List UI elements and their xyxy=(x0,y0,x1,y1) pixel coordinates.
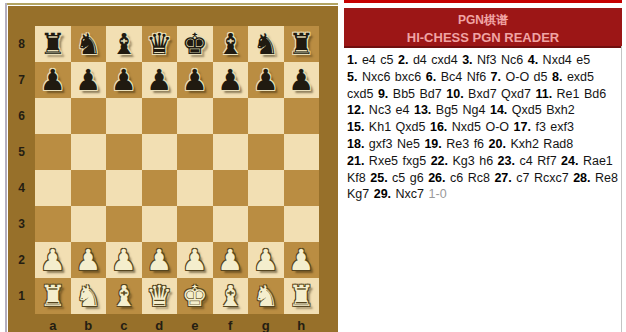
square-b5[interactable] xyxy=(71,134,107,170)
square-b2[interactable]: ♟ xyxy=(71,242,107,278)
move[interactable]: 16. Nxd5 O-O xyxy=(430,120,514,134)
black-pawn-piece: ♟ xyxy=(284,62,320,98)
square-a3[interactable] xyxy=(35,206,71,242)
move[interactable]: 15. Kh1 Qxd5 xyxy=(347,120,430,134)
square-d8[interactable]: ♛ xyxy=(142,26,178,62)
square-f2[interactable]: ♟ xyxy=(213,242,249,278)
square-b8[interactable]: ♞ xyxy=(71,26,107,62)
white-pawn-piece: ♟ xyxy=(71,242,107,278)
move-number: 11. xyxy=(535,87,552,101)
square-e8[interactable]: ♚ xyxy=(177,26,213,62)
square-e2[interactable]: ♟ xyxy=(177,242,213,278)
pgn-header-title-en: HI-CHESS PGN READER xyxy=(344,30,622,45)
square-g7[interactable]: ♟ xyxy=(248,62,284,98)
square-c8[interactable]: ♝ xyxy=(106,26,142,62)
black-pawn-piece: ♟ xyxy=(248,62,284,98)
white-king-piece: ♚ xyxy=(177,278,213,314)
file-label-b: b xyxy=(71,314,107,332)
white-queen-piece: ♛ xyxy=(142,278,178,314)
square-b6[interactable] xyxy=(71,98,107,134)
move[interactable]: 12. Nc3 e4 xyxy=(347,103,414,117)
black-queen-piece: ♛ xyxy=(142,26,178,62)
pgn-reader-app: 87654321 ♜♞♝♛♚♝♞♜♟♟♟♟♟♟♟♟♟♟♟♟♟♟♟♟♜♞♝♛♚♝♞… xyxy=(0,0,626,332)
move-number: 12. xyxy=(347,103,364,117)
black-pawn-piece: ♟ xyxy=(35,62,71,98)
rank-label-7: 7 xyxy=(8,62,35,98)
move-number: 1. xyxy=(347,53,357,67)
square-g5[interactable] xyxy=(248,134,284,170)
square-e5[interactable] xyxy=(177,134,213,170)
black-knight-piece: ♞ xyxy=(248,26,284,62)
white-rook-piece: ♜ xyxy=(284,278,320,314)
file-label-a: a xyxy=(35,314,71,332)
move[interactable]: 2. d4 cxd4 xyxy=(398,53,462,67)
square-h3[interactable] xyxy=(284,206,320,242)
square-d3[interactable] xyxy=(142,206,178,242)
square-d4[interactable] xyxy=(142,170,178,206)
move-number: 13. xyxy=(414,103,431,117)
pgn-moves: 1. e4 c5 2. d4 cxd4 3. Nf3 Nc6 4. Nxd4 e… xyxy=(347,52,621,203)
board-frame-left-line xyxy=(5,3,7,332)
file-label-d: d xyxy=(142,314,178,332)
square-e7[interactable]: ♟ xyxy=(177,62,213,98)
white-pawn-piece: ♟ xyxy=(35,242,71,278)
square-a5[interactable] xyxy=(35,134,71,170)
square-g1[interactable]: ♞ xyxy=(248,278,284,314)
white-bishop-piece: ♝ xyxy=(106,278,142,314)
white-pawn-piece: ♟ xyxy=(284,242,320,278)
right-panel-top-strip xyxy=(344,0,622,3)
move-number: 29. xyxy=(374,187,391,201)
board-squares: ♜♞♝♛♚♝♞♜♟♟♟♟♟♟♟♟♟♟♟♟♟♟♟♟♜♞♝♛♚♝♞♜ xyxy=(35,26,319,314)
square-e1[interactable]: ♚ xyxy=(177,278,213,314)
white-pawn-piece: ♟ xyxy=(248,242,284,278)
square-h8[interactable]: ♜ xyxy=(284,26,320,62)
square-f5[interactable] xyxy=(213,134,249,170)
square-e3[interactable] xyxy=(177,206,213,242)
game-result: 1-0 xyxy=(429,187,447,201)
move[interactable]: 21. Rxe5 fxg5 xyxy=(347,154,431,168)
move-number: 7. xyxy=(491,70,501,84)
move-number: 18. xyxy=(347,137,364,151)
square-b1[interactable]: ♞ xyxy=(71,278,107,314)
move[interactable]: 14. Qxd5 Bxh2 xyxy=(490,103,575,117)
black-pawn-piece: ♟ xyxy=(213,62,249,98)
square-c1[interactable]: ♝ xyxy=(106,278,142,314)
move[interactable]: 10. Bxd7 Qxd7 xyxy=(446,87,535,101)
square-d7[interactable]: ♟ xyxy=(142,62,178,98)
file-label-e: e xyxy=(177,314,213,332)
square-d6[interactable] xyxy=(142,98,178,134)
square-e6[interactable] xyxy=(177,98,213,134)
square-a1[interactable]: ♜ xyxy=(35,278,71,314)
square-g2[interactable]: ♟ xyxy=(248,242,284,278)
square-f8[interactable]: ♝ xyxy=(213,26,249,62)
move-number: 6. xyxy=(426,70,436,84)
move[interactable]: 23. c4 Rf7 xyxy=(498,154,561,168)
square-f1[interactable]: ♝ xyxy=(213,278,249,314)
move-number: 24. xyxy=(561,154,578,168)
square-f4[interactable] xyxy=(213,170,249,206)
move-number: 27. xyxy=(494,171,511,185)
move[interactable]: 20. Kxh2 Rad8 xyxy=(489,137,574,151)
board-frame-top-line xyxy=(5,3,338,5)
move-number: 9. xyxy=(378,87,388,101)
move[interactable]: 6. Bc4 Nf6 xyxy=(426,70,491,84)
rank-labels: 87654321 xyxy=(8,26,35,314)
move-number: 20. xyxy=(489,137,506,151)
move-number: 17. xyxy=(514,120,531,134)
move-number: 21. xyxy=(347,154,364,168)
black-rook-piece: ♜ xyxy=(284,26,320,62)
square-h5[interactable] xyxy=(284,134,320,170)
square-h7[interactable]: ♟ xyxy=(284,62,320,98)
move-number: 19. xyxy=(424,137,441,151)
pgn-header-title-cn: PGN棋谱 xyxy=(344,8,622,29)
move[interactable]: 1. e4 c5 xyxy=(347,53,398,67)
move[interactable]: 5. Nxc6 bxc6 xyxy=(347,70,426,84)
square-c4[interactable] xyxy=(106,170,142,206)
black-rook-piece: ♜ xyxy=(35,26,71,62)
move[interactable]: 29. Nxc7 xyxy=(374,187,429,201)
move-number: 16. xyxy=(430,120,447,134)
rank-label-3: 3 xyxy=(8,206,35,242)
file-label-c: c xyxy=(106,314,142,332)
move-number: 2. xyxy=(398,53,408,67)
black-bishop-piece: ♝ xyxy=(106,26,142,62)
black-bishop-piece: ♝ xyxy=(213,26,249,62)
square-b4[interactable] xyxy=(71,170,107,206)
square-h2[interactable]: ♟ xyxy=(284,242,320,278)
move[interactable]: 26. c6 Rc8 xyxy=(428,171,494,185)
move-number: 28. xyxy=(573,171,590,185)
pgn-header: PGN棋谱 HI-CHESS PGN READER xyxy=(344,8,622,48)
white-pawn-piece: ♟ xyxy=(177,242,213,278)
rank-label-2: 2 xyxy=(8,242,35,278)
black-pawn-piece: ♟ xyxy=(71,62,107,98)
square-f7[interactable]: ♟ xyxy=(213,62,249,98)
white-rook-piece: ♜ xyxy=(35,278,71,314)
rank-label-6: 6 xyxy=(8,98,35,134)
move[interactable]: 7. O-O d5 xyxy=(491,70,552,84)
move[interactable]: 18. gxf3 Ne5 xyxy=(347,137,424,151)
move-number: 22. xyxy=(431,154,448,168)
black-pawn-piece: ♟ xyxy=(142,62,178,98)
move-number: 8. xyxy=(552,70,562,84)
move[interactable]: 27. c7 Rcxc7 xyxy=(494,171,573,185)
right-panel-border xyxy=(621,46,622,332)
square-c7[interactable]: ♟ xyxy=(106,62,142,98)
square-b7[interactable]: ♟ xyxy=(71,62,107,98)
square-e4[interactable] xyxy=(177,170,213,206)
move-number: 26. xyxy=(428,171,445,185)
square-c3[interactable] xyxy=(106,206,142,242)
file-label-g: g xyxy=(248,314,284,332)
square-f6[interactable] xyxy=(213,98,249,134)
square-d1[interactable]: ♛ xyxy=(142,278,178,314)
square-a4[interactable] xyxy=(35,170,71,206)
square-a7[interactable]: ♟ xyxy=(35,62,71,98)
rank-label-4: 4 xyxy=(8,170,35,206)
black-pawn-piece: ♟ xyxy=(106,62,142,98)
square-h4[interactable] xyxy=(284,170,320,206)
chess-board: 87654321 ♜♞♝♛♚♝♞♜♟♟♟♟♟♟♟♟♟♟♟♟♟♟♟♟♜♞♝♛♚♝♞… xyxy=(8,6,338,332)
square-a6[interactable] xyxy=(35,98,71,134)
move[interactable]: 25. c5 g6 xyxy=(370,171,428,185)
move-number: 23. xyxy=(498,154,515,168)
move-number: 25. xyxy=(370,171,387,185)
white-pawn-piece: ♟ xyxy=(106,242,142,278)
square-c2[interactable]: ♟ xyxy=(106,242,142,278)
square-a8[interactable]: ♜ xyxy=(35,26,71,62)
black-king-piece: ♚ xyxy=(177,26,213,62)
file-label-h: h xyxy=(284,314,320,332)
white-knight-piece: ♞ xyxy=(71,278,107,314)
square-d2[interactable]: ♟ xyxy=(142,242,178,278)
move-number: 14. xyxy=(490,103,507,117)
square-g3[interactable] xyxy=(248,206,284,242)
move[interactable]: 3. Nf3 Nc6 xyxy=(462,53,528,67)
square-h6[interactable] xyxy=(284,98,320,134)
square-c5[interactable] xyxy=(106,134,142,170)
move[interactable]: 11. Re1 Bd6 xyxy=(535,87,606,101)
square-g8[interactable]: ♞ xyxy=(248,26,284,62)
square-a2[interactable]: ♟ xyxy=(35,242,71,278)
move[interactable]: 19. Re3 f6 xyxy=(424,137,488,151)
move-number: 10. xyxy=(446,87,463,101)
square-f3[interactable] xyxy=(213,206,249,242)
move[interactable]: 13. Bg5 Ng4 xyxy=(414,103,490,117)
move-number: 15. xyxy=(347,120,364,134)
square-g4[interactable] xyxy=(248,170,284,206)
white-knight-piece: ♞ xyxy=(248,278,284,314)
square-h1[interactable]: ♜ xyxy=(284,278,320,314)
move[interactable]: 22. Kg3 h6 xyxy=(431,154,498,168)
file-labels: abcdefgh xyxy=(35,314,319,332)
file-label-f: f xyxy=(213,314,249,332)
square-g6[interactable] xyxy=(248,98,284,134)
rank-label-8: 8 xyxy=(8,26,35,62)
move-number: 4. xyxy=(528,53,538,67)
white-bishop-piece: ♝ xyxy=(213,278,249,314)
move[interactable]: 4. Nxd4 e5 xyxy=(528,53,590,67)
rank-label-5: 5 xyxy=(8,134,35,170)
square-d5[interactable] xyxy=(142,134,178,170)
rank-label-1: 1 xyxy=(8,278,35,314)
white-pawn-piece: ♟ xyxy=(142,242,178,278)
black-pawn-piece: ♟ xyxy=(177,62,213,98)
move-number: 3. xyxy=(462,53,472,67)
white-pawn-piece: ♟ xyxy=(213,242,249,278)
move-number: 5. xyxy=(347,70,357,84)
square-b3[interactable] xyxy=(71,206,107,242)
black-knight-piece: ♞ xyxy=(71,26,107,62)
move[interactable]: 9. Bb5 Bd7 xyxy=(378,87,446,101)
square-c6[interactable] xyxy=(106,98,142,134)
move[interactable]: 17. f3 exf3 xyxy=(514,120,574,134)
